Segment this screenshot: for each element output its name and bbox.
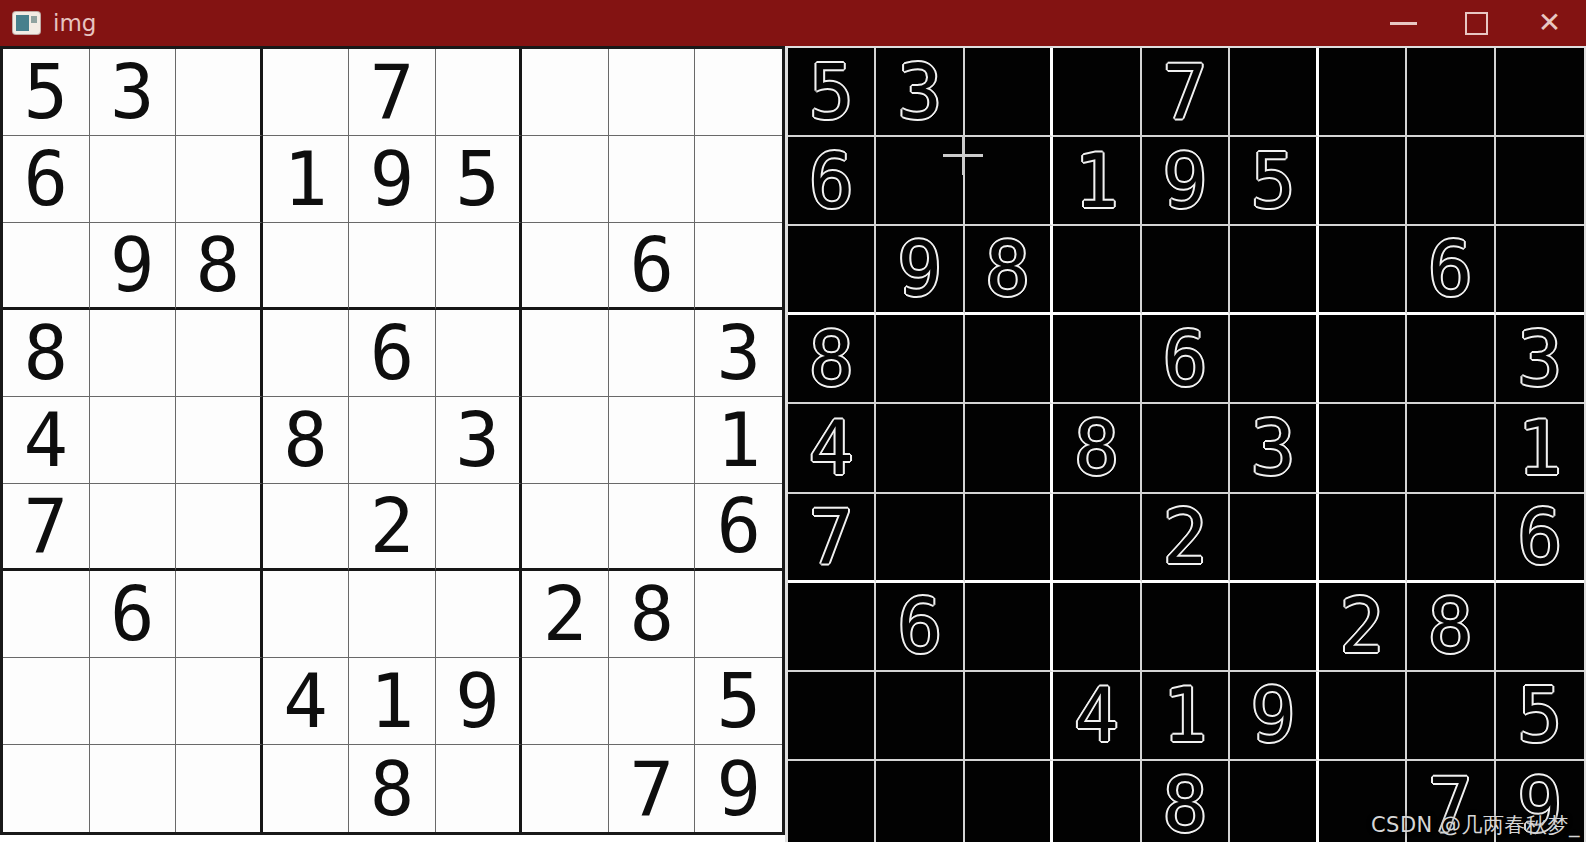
sudoku-digit: 3: [716, 316, 761, 390]
sudoku-digit: 5: [1517, 678, 1562, 752]
app-window: img ✕ 537619598686348317266284195879 537…: [0, 0, 1586, 842]
sudoku-digit: 1: [716, 403, 761, 477]
sudoku-cell-r1c4: [1053, 48, 1141, 137]
sudoku-cell-r3c6: [1230, 226, 1318, 315]
maximize-icon: [1465, 12, 1488, 35]
sudoku-cell-r9c8: 7: [609, 745, 696, 832]
sudoku-digit: 1: [1517, 411, 1562, 485]
sudoku-digit: 7: [809, 500, 854, 574]
sudoku-cell-r9c9: 9: [695, 745, 782, 832]
sudoku-cell-r2c6: 5: [436, 136, 523, 223]
sudoku-digit: 1: [370, 664, 415, 738]
sudoku-cell-r2c8: [609, 136, 696, 223]
sudoku-cell-r4c1: 8: [788, 315, 876, 404]
sudoku-cell-r1c2: 3: [876, 48, 964, 137]
sudoku-cell-r1c5: 7: [349, 49, 436, 136]
sudoku-digit: 2: [543, 577, 588, 651]
sudoku-cell-r7c7: 2: [1319, 583, 1407, 672]
sudoku-cell-r2c3: [965, 137, 1053, 226]
sudoku-cell-r1c6: [436, 49, 523, 136]
sudoku-cell-r8c5: 1: [349, 658, 436, 745]
sudoku-cell-r6c5: 2: [1142, 494, 1230, 583]
sudoku-digit: 9: [1163, 144, 1208, 218]
sudoku-cell-r1c6: [1230, 48, 1318, 137]
sudoku-cell-r8c3: [965, 672, 1053, 761]
sudoku-cell-r8c6: 9: [436, 658, 523, 745]
sudoku-cell-r1c8: [1407, 48, 1495, 137]
sudoku-cell-r7c6: [1230, 583, 1318, 672]
sudoku-cell-r3c5: [349, 223, 436, 310]
sudoku-cell-r4c9: 3: [695, 310, 782, 397]
sudoku-cell-r2c5: 9: [1142, 137, 1230, 226]
sudoku-cell-r8c8: [1407, 672, 1495, 761]
sudoku-cell-r4c3: [176, 310, 263, 397]
sudoku-cell-r9c6: [436, 745, 523, 832]
sudoku-cell-r1c8: [609, 49, 696, 136]
app-icon-image-area: [16, 15, 29, 31]
sudoku-digit: 7: [370, 55, 415, 129]
sudoku-cell-r2c1: 6: [788, 137, 876, 226]
sudoku-cell-r7c6: [436, 571, 523, 658]
sudoku-digit: 5: [1251, 144, 1296, 218]
sudoku-cell-r9c2: [90, 745, 177, 832]
sudoku-digit: 8: [1074, 411, 1119, 485]
sudoku-cell-r7c1: [788, 583, 876, 672]
sudoku-cell-r8c4: 4: [1053, 672, 1141, 761]
sudoku-cell-r3c1: [788, 226, 876, 315]
minimize-icon: [1390, 22, 1417, 25]
sudoku-cell-r2c4: 1: [1053, 137, 1141, 226]
sudoku-cell-r9c3: [965, 761, 1053, 842]
sudoku-cell-r7c4: [263, 571, 350, 658]
sudoku-cell-r8c4: 4: [263, 658, 350, 745]
sudoku-cell-r3c8: 6: [609, 223, 696, 310]
sudoku-cell-r3c6: [436, 223, 523, 310]
sudoku-cell-r3c3: 8: [965, 226, 1053, 315]
sudoku-digit: 8: [985, 232, 1030, 306]
sudoku-cell-r8c7: [522, 658, 609, 745]
sudoku-cell-r3c7: [522, 223, 609, 310]
app-icon: [13, 12, 40, 34]
close-button[interactable]: ✕: [1513, 0, 1586, 46]
sudoku-cell-r9c1: [3, 745, 90, 832]
sudoku-cell-r5c6: 3: [1230, 404, 1318, 493]
sudoku-cell-r5c7: [522, 397, 609, 484]
sudoku-cell-r4c3: [965, 315, 1053, 404]
sudoku-cell-r8c1: [3, 658, 90, 745]
sudoku-digit: 3: [1517, 322, 1562, 396]
sudoku-cell-r4c4: [263, 310, 350, 397]
sudoku-cell-r6c7: [522, 484, 609, 571]
sudoku-cell-r5c4: 8: [1053, 404, 1141, 493]
sudoku-digit: 8: [1163, 768, 1208, 842]
sudoku-cell-r4c8: [1407, 315, 1495, 404]
sudoku-digit: 4: [283, 664, 328, 738]
sudoku-cell-r7c4: [1053, 583, 1141, 672]
sudoku-digit: 7: [629, 752, 674, 826]
sudoku-digit: 9: [716, 752, 761, 826]
sudoku-cell-r9c7: [522, 745, 609, 832]
close-icon: ✕: [1538, 9, 1561, 37]
sudoku-cell-r3c7: [1319, 226, 1407, 315]
sudoku-digit: 7: [23, 489, 68, 563]
sudoku-digit: 1: [1074, 144, 1119, 218]
sudoku-cell-r1c9: [1496, 48, 1584, 137]
sudoku-digit: 6: [110, 577, 155, 651]
sudoku-digit: 9: [455, 664, 500, 738]
sudoku-cell-r7c9: [1496, 583, 1584, 672]
sudoku-digit: 1: [1163, 678, 1208, 752]
sudoku-cell-r5c1: 4: [3, 397, 90, 484]
sudoku-cell-r3c9: [1496, 226, 1584, 315]
sudoku-digit: 6: [1163, 322, 1208, 396]
titlebar[interactable]: img ✕: [0, 0, 1586, 46]
sudoku-cell-r4c8: [609, 310, 696, 397]
sudoku-cell-r2c1: 6: [3, 136, 90, 223]
sudoku-digit: 6: [23, 142, 68, 216]
minimize-button[interactable]: [1367, 0, 1440, 46]
sudoku-digit: 7: [1163, 55, 1208, 129]
sudoku-cell-r5c9: 1: [1496, 404, 1584, 493]
sudoku-cell-r6c3: [965, 494, 1053, 583]
sudoku-cell-r8c5: 1: [1142, 672, 1230, 761]
sudoku-digit: 5: [809, 55, 854, 129]
sudoku-cell-r6c6: [1230, 494, 1318, 583]
sudoku-cell-r9c2: [876, 761, 964, 842]
sudoku-cell-r8c7: [1319, 672, 1407, 761]
sudoku-cell-r5c6: 3: [436, 397, 523, 484]
sudoku-cell-r8c1: [788, 672, 876, 761]
sudoku-cell-r4c4: [1053, 315, 1141, 404]
sudoku-cell-r5c5: [349, 397, 436, 484]
sudoku-cell-r7c2: 6: [90, 571, 177, 658]
sudoku-grid-edge-detected: 537619598686348317266284195879: [785, 46, 1586, 842]
sudoku-digit: 9: [110, 228, 155, 302]
sudoku-digit: 2: [1163, 500, 1208, 574]
app-icon-detail: [31, 16, 37, 23]
sudoku-cell-r1c5: 7: [1142, 48, 1230, 137]
sudoku-digit: 6: [370, 316, 415, 390]
sudoku-cell-r4c6: [436, 310, 523, 397]
sudoku-cell-r1c1: 5: [788, 48, 876, 137]
sudoku-digit: 1: [283, 142, 328, 216]
sudoku-cell-r9c4: [263, 745, 350, 832]
sudoku-digit: 2: [370, 489, 415, 563]
sudoku-cell-r5c3: [965, 404, 1053, 493]
sudoku-cell-r1c4: [263, 49, 350, 136]
sudoku-cell-r2c7: [522, 136, 609, 223]
sudoku-cell-r9c1: [788, 761, 876, 842]
sudoku-digit: 8: [23, 316, 68, 390]
sudoku-cell-r6c2: [876, 494, 964, 583]
sudoku-digit: 6: [897, 589, 942, 663]
sudoku-cell-r4c2: [90, 310, 177, 397]
sudoku-digit: 3: [110, 55, 155, 129]
sudoku-cell-r3c3: 8: [176, 223, 263, 310]
sudoku-cell-r6c8: [609, 484, 696, 571]
sudoku-cell-r1c7: [522, 49, 609, 136]
sudoku-cell-r3c9: [695, 223, 782, 310]
sudoku-cell-r3c4: [1053, 226, 1141, 315]
sudoku-cell-r2c6: 5: [1230, 137, 1318, 226]
sudoku-grid-original: 537619598686348317266284195879: [0, 46, 785, 835]
sudoku-digit: 8: [196, 228, 241, 302]
sudoku-cell-r4c2: [876, 315, 964, 404]
sudoku-cell-r6c3: [176, 484, 263, 571]
sudoku-digit: 6: [809, 144, 854, 218]
sudoku-cell-r7c8: 8: [1407, 583, 1495, 672]
sudoku-cell-r8c6: 9: [1230, 672, 1318, 761]
sudoku-cell-r5c8: [609, 397, 696, 484]
sudoku-cell-r4c6: [1230, 315, 1318, 404]
sudoku-cell-r5c3: [176, 397, 263, 484]
sudoku-cell-r2c7: [1319, 137, 1407, 226]
sudoku-cell-r8c9: 5: [695, 658, 782, 745]
sudoku-cell-r1c3: [965, 48, 1053, 137]
sudoku-digit: 3: [455, 403, 500, 477]
sudoku-cell-r1c9: [695, 49, 782, 136]
sudoku-cell-r6c9: 6: [695, 484, 782, 571]
sudoku-cell-r5c9: 1: [695, 397, 782, 484]
sudoku-cell-r2c9: [1496, 137, 1584, 226]
sudoku-digit: 9: [1251, 678, 1296, 752]
sudoku-cell-r1c1: 5: [3, 49, 90, 136]
sudoku-digit: 3: [897, 55, 942, 129]
sudoku-digit: 6: [1517, 500, 1562, 574]
sudoku-cell-r6c7: [1319, 494, 1407, 583]
sudoku-cell-r1c2: 3: [90, 49, 177, 136]
sudoku-cell-r5c7: [1319, 404, 1407, 493]
sudoku-digit: 5: [716, 664, 761, 738]
sudoku-cell-r7c5: [349, 571, 436, 658]
sudoku-cell-r8c2: [876, 672, 964, 761]
sudoku-digit: 8: [283, 403, 328, 477]
sudoku-cell-r9c5: 8: [1142, 761, 1230, 842]
sudoku-cell-r7c5: [1142, 583, 1230, 672]
sudoku-cell-r7c3: [176, 571, 263, 658]
sudoku-cell-r6c9: 6: [1496, 494, 1584, 583]
sudoku-cell-r5c4: 8: [263, 397, 350, 484]
sudoku-cell-r2c2: [876, 137, 964, 226]
sudoku-cell-r6c4: [263, 484, 350, 571]
sudoku-cell-r4c5: 6: [1142, 315, 1230, 404]
sudoku-cell-r9c4: [1053, 761, 1141, 842]
watermark: CSDN @几两春秋梦_: [1371, 811, 1580, 839]
sudoku-digit: 5: [23, 55, 68, 129]
sudoku-digit: 9: [897, 232, 942, 306]
sudoku-digit: 4: [1074, 678, 1119, 752]
sudoku-digit: 8: [629, 577, 674, 651]
sudoku-digit: 8: [809, 322, 854, 396]
sudoku-cell-r6c1: 7: [788, 494, 876, 583]
sudoku-cell-r4c7: [522, 310, 609, 397]
sudoku-cell-r9c5: 8: [349, 745, 436, 832]
sudoku-cell-r2c2: [90, 136, 177, 223]
sudoku-cell-r3c2: 9: [90, 223, 177, 310]
sudoku-cell-r8c3: [176, 658, 263, 745]
sudoku-cell-r3c8: 6: [1407, 226, 1495, 315]
sudoku-cell-r7c1: [3, 571, 90, 658]
sudoku-cell-r1c3: [176, 49, 263, 136]
sudoku-cell-r6c8: [1407, 494, 1495, 583]
sudoku-digit: 6: [1428, 232, 1473, 306]
sudoku-cell-r6c4: [1053, 494, 1141, 583]
window-controls: ✕: [1367, 0, 1586, 46]
sudoku-digit: 6: [716, 489, 761, 563]
sudoku-cell-r8c2: [90, 658, 177, 745]
sudoku-cell-r6c1: 7: [3, 484, 90, 571]
sudoku-cell-r5c2: [90, 397, 177, 484]
sudoku-cell-r8c8: [609, 658, 696, 745]
sudoku-cell-r2c3: [176, 136, 263, 223]
sudoku-cell-r3c5: [1142, 226, 1230, 315]
sudoku-cell-r6c2: [90, 484, 177, 571]
sudoku-cell-r5c2: [876, 404, 964, 493]
sudoku-cell-r6c5: 2: [349, 484, 436, 571]
sudoku-cell-r5c5: [1142, 404, 1230, 493]
sudoku-cell-r7c7: 2: [522, 571, 609, 658]
sudoku-cell-r6c6: [436, 484, 523, 571]
sudoku-digit: 3: [1251, 411, 1296, 485]
sudoku-cell-r7c3: [965, 583, 1053, 672]
image-canvas: 537619598686348317266284195879 537619598…: [0, 46, 1586, 842]
sudoku-digit: 8: [1428, 589, 1473, 663]
sudoku-digit: 8: [370, 752, 415, 826]
sudoku-digit: 9: [370, 142, 415, 216]
sudoku-cell-r4c7: [1319, 315, 1407, 404]
sudoku-cell-r4c1: 8: [3, 310, 90, 397]
sudoku-cell-r7c8: 8: [609, 571, 696, 658]
sudoku-cell-r3c2: 9: [876, 226, 964, 315]
sudoku-cell-r5c1: 4: [788, 404, 876, 493]
sudoku-digit: 6: [629, 228, 674, 302]
sudoku-digit: 2: [1340, 589, 1385, 663]
sudoku-cell-r9c6: [1230, 761, 1318, 842]
sudoku-digit: 4: [809, 411, 854, 485]
sudoku-cell-r5c8: [1407, 404, 1495, 493]
sudoku-cell-r4c5: 6: [349, 310, 436, 397]
sudoku-digit: 5: [455, 142, 500, 216]
sudoku-digit: 4: [23, 403, 68, 477]
sudoku-cell-r2c5: 9: [349, 136, 436, 223]
window-title: img: [53, 10, 96, 36]
sudoku-cell-r2c9: [695, 136, 782, 223]
sudoku-cell-r7c9: [695, 571, 782, 658]
sudoku-cell-r1c7: [1319, 48, 1407, 137]
sudoku-cell-r9c3: [176, 745, 263, 832]
sudoku-cell-r8c9: 5: [1496, 672, 1584, 761]
sudoku-cell-r2c8: [1407, 137, 1495, 226]
sudoku-cell-r2c4: 1: [263, 136, 350, 223]
maximize-button[interactable]: [1440, 0, 1513, 46]
sudoku-cell-r3c4: [263, 223, 350, 310]
sudoku-cell-r3c1: [3, 223, 90, 310]
sudoku-cell-r7c2: 6: [876, 583, 964, 672]
sudoku-cell-r4c9: 3: [1496, 315, 1584, 404]
